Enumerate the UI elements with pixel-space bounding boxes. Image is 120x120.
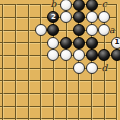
intersection-r3c8[interactable]	[85, 24, 98, 37]
intersection-r5c5[interactable]	[47, 49, 60, 62]
intersection-r1c1[interactable]	[0, 0, 9, 11]
grid-line-v	[66, 75, 67, 88]
intersection-r10c9[interactable]	[98, 113, 111, 120]
grid-line-v	[40, 113, 41, 120]
intersection-r4c4[interactable]	[34, 36, 47, 49]
intersection-r1c9[interactable]: c	[98, 0, 111, 11]
grid-line-v	[78, 113, 79, 120]
black-stone[interactable]	[60, 37, 72, 49]
white-stone[interactable]	[86, 24, 98, 36]
grid-line-v	[15, 113, 16, 120]
intersection-r4c3[interactable]	[22, 36, 35, 49]
intersection-r1c2[interactable]	[9, 0, 22, 11]
white-stone[interactable]	[86, 11, 98, 23]
intersection-r2c1[interactable]	[0, 11, 9, 24]
intersection-r10c3[interactable]	[22, 113, 35, 120]
grid-line-v	[53, 75, 54, 88]
intersection-r7c4[interactable]	[34, 75, 47, 88]
grid-line-v	[28, 24, 29, 37]
intersection-r6c9[interactable]: d	[98, 62, 111, 75]
intersection-r3c4[interactable]	[34, 24, 47, 37]
intersection-r10c4[interactable]	[34, 113, 47, 120]
grid-line-v	[66, 62, 67, 75]
move-number-label: 1	[115, 39, 120, 46]
grid-line-v	[66, 100, 67, 113]
intersection-r9c10[interactable]	[111, 100, 120, 113]
grid-line-v	[2, 87, 3, 100]
grid-line-v	[40, 100, 41, 113]
intersection-r9c8[interactable]	[85, 100, 98, 113]
black-stone[interactable]	[73, 37, 85, 49]
grid-line-v	[40, 62, 41, 75]
intersection-r9c6[interactable]	[60, 100, 73, 113]
intersection-r2c2[interactable]	[9, 11, 22, 24]
intersection-r8c9[interactable]	[98, 87, 111, 100]
grid-line-v	[2, 62, 3, 75]
black-stone[interactable]	[86, 37, 98, 49]
intersection-r7c7[interactable]	[73, 75, 86, 88]
intersection-r2c3[interactable]	[22, 11, 35, 24]
grid-line-v	[15, 4, 16, 11]
grid-line-v	[53, 87, 54, 100]
intersection-r9c3[interactable]	[22, 100, 35, 113]
intersection-r3c7[interactable]	[73, 24, 86, 37]
black-stone[interactable]	[73, 11, 85, 23]
intersection-r8c1[interactable]	[0, 87, 9, 100]
grid-line-v	[2, 11, 3, 24]
intersection-r6c2[interactable]	[9, 62, 22, 75]
grid-line-v	[104, 100, 105, 113]
intersection-r1c7[interactable]	[73, 0, 86, 11]
white-stone[interactable]	[73, 62, 85, 74]
grid-line-v	[40, 75, 41, 88]
grid-line-v	[28, 100, 29, 113]
intersection-r5c8[interactable]	[85, 49, 98, 62]
grid-line-v	[53, 100, 54, 113]
intersection-r8c8[interactable]	[85, 87, 98, 100]
grid-line-v	[15, 62, 16, 75]
intersection-r7c3[interactable]	[22, 75, 35, 88]
grid-line-v	[28, 49, 29, 62]
grid-line-v	[2, 4, 3, 11]
intersection-r1c4[interactable]	[34, 0, 47, 11]
grid-line-v	[28, 113, 29, 120]
intersection-r1c5[interactable]: b	[47, 0, 60, 11]
intersection-r7c9[interactable]	[98, 75, 111, 88]
grid-line-v	[78, 75, 79, 88]
intersection-r8c3[interactable]	[22, 87, 35, 100]
intersection-r7c2[interactable]	[9, 75, 22, 88]
point-label-d[interactable]: d	[98, 62, 111, 75]
intersection-r5c9[interactable]	[98, 49, 111, 62]
black-stone[interactable]	[73, 0, 85, 11]
grid-line-v	[116, 113, 117, 120]
grid-line-v	[116, 4, 117, 11]
grid-line-v	[116, 87, 117, 100]
black-stone[interactable]	[47, 24, 59, 36]
intersection-r8c10[interactable]	[111, 87, 120, 100]
intersection-r10c10[interactable]	[111, 113, 120, 120]
intersection-r2c9[interactable]	[98, 11, 111, 24]
intersection-r2c8[interactable]	[85, 11, 98, 24]
grid-line-v	[116, 100, 117, 113]
intersection-r6c10[interactable]	[111, 62, 120, 75]
grid-line-v	[15, 36, 16, 49]
intersection-r10c1[interactable]	[0, 113, 9, 120]
intersection-r3c2[interactable]	[9, 24, 22, 37]
grid-line-v	[78, 100, 79, 113]
grid-line-v	[78, 87, 79, 100]
grid-line-v	[2, 24, 3, 37]
intersection-r4c6[interactable]	[60, 36, 73, 49]
intersection-r9c4[interactable]	[34, 100, 47, 113]
intersection-r5c1[interactable]	[0, 49, 9, 62]
go-board-diagram: bc2a1d	[0, 0, 120, 120]
grid-line-v	[91, 100, 92, 113]
grid-line-v	[28, 11, 29, 24]
intersection-r6c3[interactable]	[22, 62, 35, 75]
point-label-c[interactable]: c	[98, 0, 111, 11]
black-stone[interactable]	[86, 49, 98, 61]
intersection-r8c5[interactable]	[47, 87, 60, 100]
white-stone[interactable]	[35, 24, 47, 36]
intersection-r2c4[interactable]	[34, 11, 47, 24]
intersection-r4c10[interactable]: 1	[111, 36, 120, 49]
intersection-r5c3[interactable]	[22, 49, 35, 62]
grid-line-v	[15, 100, 16, 113]
grid-line-v	[2, 36, 3, 49]
intersection-r1c8[interactable]	[85, 0, 98, 11]
grid-line-v	[116, 11, 117, 24]
intersection-r9c9[interactable]	[98, 100, 111, 113]
intersection-r7c8[interactable]	[85, 75, 98, 88]
intersection-r7c6[interactable]	[60, 75, 73, 88]
white-stone[interactable]	[98, 11, 110, 23]
intersection-r2c7[interactable]	[73, 11, 86, 24]
intersection-r2c5[interactable]: 2	[47, 11, 60, 24]
grid-line-v	[104, 75, 105, 88]
intersection-r6c6[interactable]	[60, 62, 73, 75]
white-stone[interactable]	[73, 49, 85, 61]
grid-line-v	[15, 75, 16, 88]
grid-line-v	[28, 36, 29, 49]
grid-line-v	[40, 36, 41, 49]
intersection-r9c7[interactable]	[73, 100, 86, 113]
white-stone[interactable]	[60, 49, 72, 61]
grid-line-v	[40, 49, 41, 62]
grid-line-v	[28, 62, 29, 75]
grid-line-v	[15, 24, 16, 37]
black-stone[interactable]	[73, 24, 85, 36]
intersection-r3c3[interactable]	[22, 24, 35, 37]
black-stone-move-2[interactable]: 2	[47, 11, 59, 23]
intersection-r7c10[interactable]	[111, 75, 120, 88]
black-stone[interactable]	[98, 49, 110, 61]
white-stone-move-1[interactable]: 1	[111, 37, 120, 49]
grid-line-v	[28, 87, 29, 100]
grid-line-v	[53, 62, 54, 75]
intersection-r4c9[interactable]	[98, 36, 111, 49]
intersection-r6c7[interactable]	[73, 62, 86, 75]
white-stone[interactable]	[86, 62, 98, 74]
grid-line-v	[104, 113, 105, 120]
intersection-r6c8[interactable]	[85, 62, 98, 75]
intersection-r4c1[interactable]	[0, 36, 9, 49]
grid-line-v	[15, 87, 16, 100]
intersection-r3c10[interactable]: a	[111, 24, 120, 37]
intersection-r3c6[interactable]	[60, 24, 73, 37]
intersection-r5c2[interactable]	[9, 49, 22, 62]
grid-line-v	[2, 75, 3, 88]
grid-line-v	[53, 113, 54, 120]
grid-line-v	[91, 113, 92, 120]
intersection-r8c7[interactable]	[73, 87, 86, 100]
grid-line-v	[2, 113, 3, 120]
intersection-r3c5[interactable]	[47, 24, 60, 37]
grid-line-v	[15, 49, 16, 62]
grid-line-v	[40, 87, 41, 100]
grid-line-v	[91, 87, 92, 100]
grid-line-v	[104, 36, 105, 49]
grid-line-v	[116, 62, 117, 75]
grid-line-v	[104, 87, 105, 100]
intersection-r7c1[interactable]	[0, 75, 9, 88]
intersection-r1c6[interactable]	[60, 0, 73, 11]
intersection-r10c8[interactable]	[85, 113, 98, 120]
white-stone[interactable]	[60, 0, 72, 11]
intersection-r1c10[interactable]	[111, 0, 120, 11]
intersection-r2c10[interactable]	[111, 11, 120, 24]
move-number-label: 2	[51, 14, 56, 21]
intersection-r5c7[interactable]	[73, 49, 86, 62]
intersection-r6c1[interactable]	[0, 62, 9, 75]
intersection-r3c1[interactable]	[0, 24, 9, 37]
grid-line-v	[2, 100, 3, 113]
intersection-r5c10[interactable]	[111, 49, 120, 62]
grid-line-v	[91, 75, 92, 88]
intersection-r5c6[interactable]	[60, 49, 73, 62]
intersection-r4c8[interactable]	[85, 36, 98, 49]
point-label-a[interactable]: a	[106, 24, 119, 37]
intersection-r8c2[interactable]	[9, 87, 22, 100]
white-stone[interactable]	[47, 49, 59, 61]
grid-line-v	[66, 113, 67, 120]
point-label-b[interactable]: b	[47, 0, 60, 11]
intersection-r4c5[interactable]	[47, 36, 60, 49]
intersection-r10c6[interactable]	[60, 113, 73, 120]
grid-line-v	[40, 4, 41, 11]
intersection-r6c5[interactable]	[47, 62, 60, 75]
black-stone[interactable]	[111, 49, 120, 61]
grid-line-v	[28, 4, 29, 11]
intersection-r8c6[interactable]	[60, 87, 73, 100]
intersection-r9c2[interactable]	[9, 100, 22, 113]
go-board: bc2a1d	[0, 0, 120, 120]
grid-line-v	[2, 49, 3, 62]
intersection-r1c3[interactable]	[22, 0, 35, 11]
intersection-r9c5[interactable]	[47, 100, 60, 113]
intersection-r9c1[interactable]	[0, 100, 9, 113]
intersection-r10c2[interactable]	[9, 113, 22, 120]
grid-line-v	[66, 87, 67, 100]
grid-line-v	[15, 11, 16, 24]
white-stone[interactable]	[60, 11, 72, 23]
black-stone[interactable]	[86, 0, 98, 11]
intersection-r8c4[interactable]	[34, 87, 47, 100]
white-stone[interactable]	[47, 37, 59, 49]
intersection-r10c5[interactable]	[47, 113, 60, 120]
grid-line-v	[116, 75, 117, 88]
intersection-r7c5[interactable]	[47, 75, 60, 88]
intersection-r10c7[interactable]	[73, 113, 86, 120]
grid-line-v	[40, 11, 41, 24]
intersection-r4c2[interactable]	[9, 36, 22, 49]
intersection-r4c7[interactable]	[73, 36, 86, 49]
intersection-r6c4[interactable]	[34, 62, 47, 75]
grid-line-v	[28, 75, 29, 88]
intersection-r5c4[interactable]	[34, 49, 47, 62]
intersection-r2c6[interactable]	[60, 11, 73, 24]
grid-line-v	[66, 24, 67, 37]
